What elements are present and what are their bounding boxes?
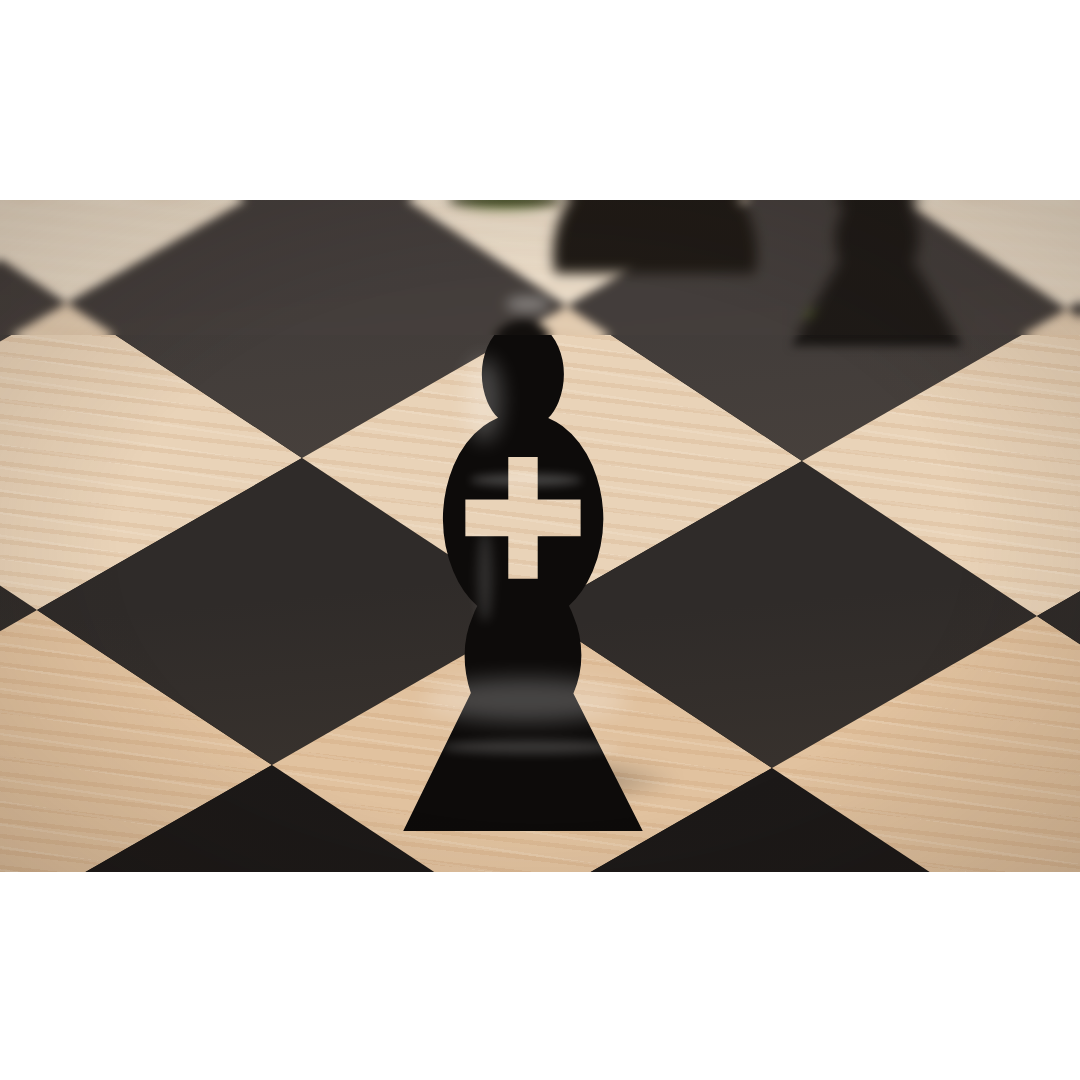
background-black-bishop: ♝	[662, 200, 1080, 412]
canvas-margin-top	[0, 0, 1080, 200]
canvas-margin-bottom	[0, 872, 1080, 1080]
bishop-glyph: ♝	[694, 200, 1060, 412]
photo-strip: ♝ ♟ ♝	[0, 200, 1080, 872]
photo-canvas: ♝ ♟ ♝	[0, 0, 1080, 1080]
